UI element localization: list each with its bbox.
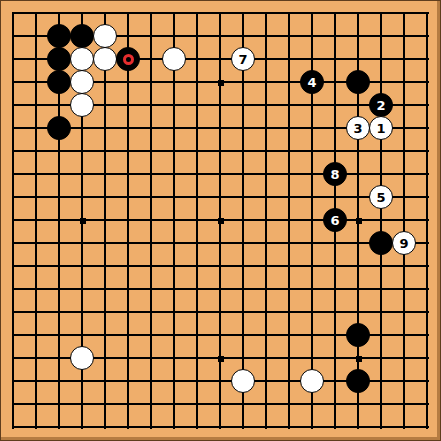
white-stone (70, 47, 94, 71)
white-stone (300, 369, 324, 393)
star-point (218, 218, 224, 224)
star-point (356, 356, 362, 362)
black-stone (346, 70, 370, 94)
black-stone-move-4: 4 (300, 70, 324, 94)
black-stone (47, 47, 71, 71)
white-stone (231, 369, 255, 393)
black-stone (346, 323, 370, 347)
black-stone-move-8: 8 (323, 162, 347, 186)
white-stone (70, 346, 94, 370)
white-stone-move-7: 7 (231, 47, 255, 71)
black-stone (47, 70, 71, 94)
white-stone-move-1: 1 (369, 116, 393, 140)
go-board: 742318569 (1, 1, 440, 440)
star-point (218, 356, 224, 362)
black-stone (369, 231, 393, 255)
go-board-diagram: 742318569 (0, 0, 441, 441)
white-stone-move-9: 9 (392, 231, 416, 255)
black-stone (70, 24, 94, 48)
star-point (80, 218, 86, 224)
white-stone (93, 24, 117, 48)
black-stone-move-2: 2 (369, 93, 393, 117)
star-point (218, 80, 224, 86)
white-stone-move-3: 3 (346, 116, 370, 140)
white-stone (162, 47, 186, 71)
marked-black-stone (116, 47, 140, 71)
black-stone (47, 116, 71, 140)
white-stone (70, 70, 94, 94)
black-stone-move-6: 6 (323, 208, 347, 232)
black-stone (346, 369, 370, 393)
black-stone (47, 24, 71, 48)
circle-marker-icon (123, 54, 134, 65)
star-point (356, 218, 362, 224)
white-stone-move-5: 5 (369, 185, 393, 209)
white-stone (93, 47, 117, 71)
white-stone (70, 93, 94, 117)
